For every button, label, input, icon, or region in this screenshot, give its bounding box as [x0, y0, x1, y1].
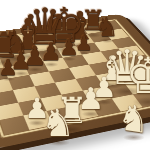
- piece-white-knight-off-board[interactable]: ♞: [116, 99, 150, 139]
- pieces-layer: ♜♞♝♚♛♟♝♞♟♜♟♟♟♟♝♛♚♟♟♟♜♞♞: [0, 0, 150, 150]
- piece-white-king-h2[interactable]: ♚: [126, 51, 150, 101]
- piece-white-knight-b1[interactable]: ♞: [41, 104, 75, 142]
- piece-black-knight-h8[interactable]: ♞: [95, 14, 118, 40]
- piece-black-pawn-a7[interactable]: ♟: [0, 57, 18, 79]
- piece-black-pawn-e7[interactable]: ♟: [59, 37, 79, 59]
- chess-set-photo: ♜♞♝♚♛♟♝♞♟♜♟♟♟♟♝♛♚♟♟♟♜♞♞: [0, 0, 150, 150]
